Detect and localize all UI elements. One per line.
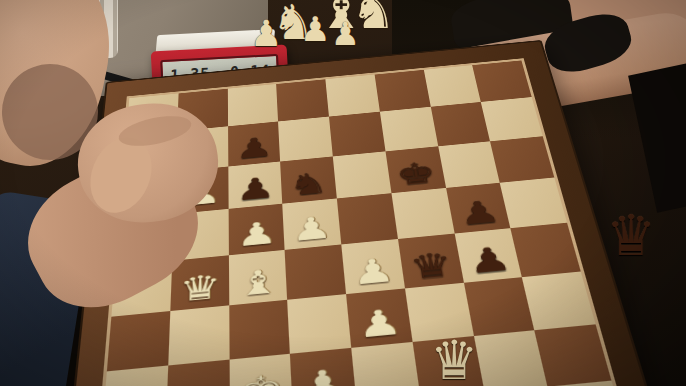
square-d4 bbox=[285, 244, 346, 299]
square-e3: ♟ bbox=[346, 288, 412, 347]
black-king: ♚ bbox=[387, 144, 445, 193]
square-c6: ♟ bbox=[228, 161, 283, 209]
captured-white-knight: ♞ bbox=[351, 0, 396, 36]
black-pawn: ♟ bbox=[449, 182, 509, 233]
square-g8 bbox=[423, 65, 481, 106]
square-f5 bbox=[391, 188, 454, 239]
square-c8 bbox=[227, 84, 278, 126]
square-e5 bbox=[337, 193, 398, 244]
black-queen: ♛ bbox=[400, 234, 463, 287]
square-e8 bbox=[325, 75, 379, 117]
white-bishop: ♝ bbox=[225, 251, 288, 304]
square-c7: ♟ bbox=[228, 121, 281, 166]
square-h4 bbox=[511, 223, 581, 277]
square-f7 bbox=[380, 107, 438, 151]
white-pawn: ♟ bbox=[281, 198, 341, 249]
white-king: ♚ bbox=[225, 358, 293, 386]
black-pawn: ♟ bbox=[225, 159, 283, 208]
square-a3 bbox=[107, 311, 170, 371]
square-h7 bbox=[481, 97, 543, 141]
square-h2 bbox=[534, 324, 611, 386]
captured-white-queen: ♛ bbox=[430, 334, 478, 386]
square-g6 bbox=[438, 141, 500, 188]
square-d6: ♞ bbox=[280, 156, 337, 204]
square-h5 bbox=[500, 178, 567, 228]
square-e4: ♟ bbox=[341, 239, 404, 294]
square-d7 bbox=[278, 116, 332, 161]
white-pawn: ♟ bbox=[346, 291, 411, 346]
square-e2 bbox=[351, 341, 420, 386]
black-knight: ♞ bbox=[279, 154, 337, 203]
square-h6 bbox=[490, 136, 554, 183]
square-e6 bbox=[333, 151, 391, 199]
black-pawn: ♟ bbox=[224, 119, 280, 167]
square-d8 bbox=[276, 79, 329, 121]
square-f6: ♚ bbox=[385, 146, 445, 193]
square-c3 bbox=[229, 300, 290, 360]
square-c4: ♝ bbox=[228, 250, 287, 305]
square-d3 bbox=[287, 294, 351, 353]
square-f4: ♛ bbox=[398, 234, 464, 289]
white-pawn: ♟ bbox=[225, 204, 285, 255]
square-d5: ♟ bbox=[282, 199, 341, 250]
square-g7 bbox=[430, 102, 490, 146]
square-c5: ♟ bbox=[228, 204, 285, 255]
black-pawn: ♟ bbox=[458, 229, 521, 282]
square-c2: ♚ bbox=[229, 353, 293, 386]
square-e7 bbox=[329, 111, 385, 156]
square-d2: ♟ bbox=[290, 347, 357, 386]
square-h8 bbox=[472, 60, 531, 101]
white-pawn: ♟ bbox=[341, 240, 404, 293]
square-f8 bbox=[374, 70, 430, 112]
white-pawn: ♟ bbox=[288, 352, 356, 386]
square-h3 bbox=[522, 271, 595, 329]
photo-stage: 1.35 0.14 ♟♞♟♝♟♞ ♞ ŠAHA 1 ⛉ Olainfarm ⚜ … bbox=[0, 0, 686, 386]
captured-black-queen: ♛ bbox=[606, 208, 656, 264]
square-b3 bbox=[168, 305, 229, 365]
